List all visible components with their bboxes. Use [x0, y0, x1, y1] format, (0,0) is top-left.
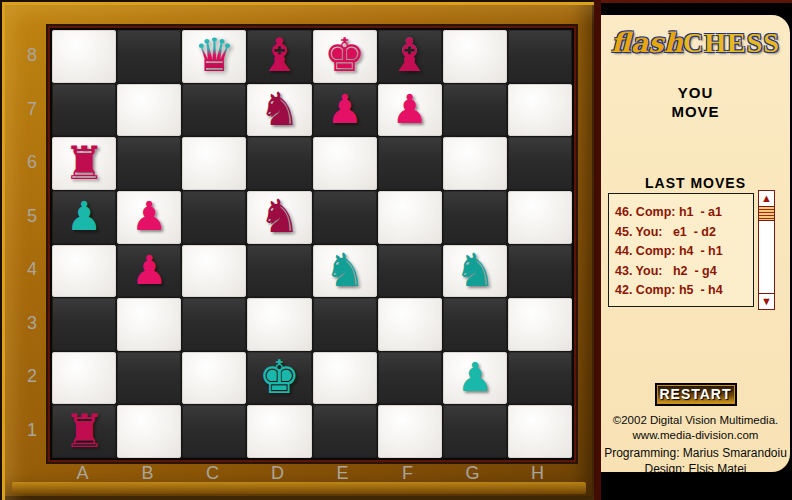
scroll-up-button[interactable]: ▲ — [759, 191, 774, 207]
square-d1[interactable] — [247, 405, 311, 458]
chess-board: ♛♝♚♝♞♟♟♜♟♟♞♟♞♞♚♟♜ — [52, 30, 572, 458]
rank-label-4: 4 — [20, 259, 44, 280]
turn-status: YOU MOVE — [601, 83, 790, 121]
square-d6[interactable] — [247, 137, 311, 190]
square-d8[interactable]: ♝ — [247, 30, 311, 83]
copyright-text: ©2002 Digital Vision Multimedia. www.med… — [601, 413, 790, 443]
square-e6[interactable] — [313, 137, 377, 190]
piece-black-bishop-d8[interactable]: ♝ — [259, 32, 300, 78]
rank-label-5: 5 — [20, 206, 44, 227]
square-f3[interactable] — [378, 298, 442, 351]
square-e3[interactable] — [313, 298, 377, 351]
turn-status-line2: MOVE — [601, 102, 790, 121]
move-entry: 42. Comp: h5 - h4 — [615, 281, 753, 301]
square-g6[interactable] — [443, 137, 507, 190]
square-f1[interactable] — [378, 405, 442, 458]
rank-label-2: 2 — [20, 366, 44, 387]
flashchess-app: 87654321 ABCDEFGH ♛♝♚♝♞♟♟♜♟♟♞♟♞♞♚♟♜ flas… — [0, 0, 792, 500]
last-moves-box: 46. Comp: h1 - a145. You: e1 - d244. Com… — [608, 193, 754, 307]
square-e8[interactable]: ♚ — [313, 30, 377, 83]
panel-divider — [594, 0, 601, 500]
square-c8[interactable]: ♛ — [182, 30, 246, 83]
moves-scrollbar[interactable]: ▲ ▼ — [758, 190, 775, 310]
file-label-f: F — [375, 463, 440, 484]
scroll-down-icon: ▼ — [761, 296, 772, 307]
last-moves-title: LAST MOVES — [601, 175, 790, 191]
square-a4[interactable] — [52, 245, 116, 298]
square-e1[interactable] — [313, 405, 377, 458]
square-g2[interactable]: ♟ — [443, 352, 507, 405]
square-g3[interactable] — [443, 298, 507, 351]
move-entry: 43. You: h2 - g4 — [615, 262, 753, 282]
file-label-b: B — [115, 463, 180, 484]
piece-black-pawn-b5[interactable]: ♟ — [131, 196, 167, 236]
square-g4[interactable]: ♞ — [443, 245, 507, 298]
square-c7[interactable] — [182, 84, 246, 137]
piece-black-pawn-e7[interactable]: ♟ — [327, 89, 363, 129]
side-panel: flashCHESS YOU MOVE LAST MOVES 46. Comp:… — [601, 15, 790, 472]
file-label-c: C — [180, 463, 245, 484]
square-f8[interactable]: ♝ — [378, 30, 442, 83]
square-a2[interactable] — [52, 352, 116, 405]
square-h4[interactable] — [508, 245, 572, 298]
square-e4[interactable]: ♞ — [313, 245, 377, 298]
square-c2[interactable] — [182, 352, 246, 405]
square-h8[interactable] — [508, 30, 572, 83]
square-g1[interactable] — [443, 405, 507, 458]
square-c1[interactable] — [182, 405, 246, 458]
copyright-line2: www.media-division.com — [601, 428, 790, 443]
square-b6[interactable] — [117, 137, 181, 190]
square-f2[interactable] — [378, 352, 442, 405]
square-b2[interactable] — [117, 352, 181, 405]
square-f6[interactable] — [378, 137, 442, 190]
square-b5[interactable]: ♟ — [117, 191, 181, 244]
square-b7[interactable] — [117, 84, 181, 137]
restart-button[interactable]: RESTART — [655, 383, 737, 406]
piece-black-rook-a1[interactable]: ♜ — [63, 408, 104, 454]
credits-design: Design: Elsis Matei — [601, 461, 790, 477]
chess-board-border: ♛♝♚♝♞♟♟♜♟♟♞♟♞♞♚♟♜ — [48, 26, 576, 462]
square-f7[interactable]: ♟ — [378, 84, 442, 137]
square-a7[interactable] — [52, 84, 116, 137]
file-label-g: G — [440, 463, 505, 484]
square-a8[interactable] — [52, 30, 116, 83]
turn-status-line1: YOU — [601, 83, 790, 102]
square-a5[interactable]: ♟ — [52, 191, 116, 244]
piece-white-king-d2[interactable]: ♚ — [259, 354, 300, 400]
square-e5[interactable] — [313, 191, 377, 244]
last-moves-list: 46. Comp: h1 - a145. You: e1 - d244. Com… — [609, 194, 753, 301]
copyright-line1: ©2002 Digital Vision Multimedia. — [601, 413, 790, 428]
square-g7[interactable] — [443, 84, 507, 137]
file-label-a: A — [50, 463, 115, 484]
square-b4[interactable]: ♟ — [117, 245, 181, 298]
square-a1[interactable]: ♜ — [52, 405, 116, 458]
rank-label-6: 6 — [20, 152, 44, 173]
square-h5[interactable] — [508, 191, 572, 244]
scroll-down-button[interactable]: ▼ — [759, 293, 774, 309]
piece-black-pawn-f7[interactable]: ♟ — [392, 89, 428, 129]
square-b1[interactable] — [117, 405, 181, 458]
move-entry: 44. Comp: h4 - h1 — [615, 242, 753, 262]
square-c4[interactable] — [182, 245, 246, 298]
credits-programming: Programming: Marius Smarandoiu — [601, 445, 790, 461]
square-b8[interactable] — [117, 30, 181, 83]
square-h7[interactable] — [508, 84, 572, 137]
file-label-e: E — [310, 463, 375, 484]
square-g5[interactable] — [443, 191, 507, 244]
square-e2[interactable] — [313, 352, 377, 405]
piece-black-rook-a6[interactable]: ♜ — [63, 140, 104, 186]
square-c5[interactable] — [182, 191, 246, 244]
square-h3[interactable] — [508, 298, 572, 351]
piece-black-king-e8[interactable]: ♚ — [324, 32, 365, 78]
piece-black-knight-d5[interactable]: ♞ — [259, 193, 300, 239]
square-e7[interactable]: ♟ — [313, 84, 377, 137]
piece-white-pawn-g2[interactable]: ♟ — [457, 357, 493, 397]
square-d4[interactable] — [247, 245, 311, 298]
piece-black-knight-d7[interactable]: ♞ — [259, 86, 300, 132]
file-label-h: H — [505, 463, 570, 484]
chess-board-frame: 87654321 ABCDEFGH ♛♝♚♝♞♟♟♜♟♟♞♟♞♞♚♟♜ — [0, 0, 596, 500]
rank-label-1: 1 — [20, 420, 44, 441]
credits-text: Programming: Marius Smarandoiu Design: E… — [601, 445, 790, 477]
top-border-line — [601, 0, 792, 3]
file-label-d: D — [245, 463, 310, 484]
square-d7[interactable]: ♞ — [247, 84, 311, 137]
logo-flash-text: flash — [611, 27, 683, 58]
square-c3[interactable] — [182, 298, 246, 351]
rank-label-3: 3 — [20, 313, 44, 334]
square-g8[interactable] — [443, 30, 507, 83]
square-d3[interactable] — [247, 298, 311, 351]
square-d2[interactable]: ♚ — [247, 352, 311, 405]
square-f4[interactable] — [378, 245, 442, 298]
square-h2[interactable] — [508, 352, 572, 405]
move-entry: 45. You: e1 - d2 — [615, 223, 753, 243]
piece-white-knight-g4[interactable]: ♞ — [454, 247, 495, 293]
rank-label-7: 7 — [20, 99, 44, 120]
piece-white-pawn-a5[interactable]: ♟ — [66, 196, 102, 236]
square-h6[interactable] — [508, 137, 572, 190]
square-a6[interactable]: ♜ — [52, 137, 116, 190]
square-c6[interactable] — [182, 137, 246, 190]
move-entry: 46. Comp: h1 - a1 — [615, 203, 753, 223]
square-f5[interactable] — [378, 191, 442, 244]
logo-chess-text: CHESS — [683, 27, 780, 58]
flashchess-logo: flashCHESS — [601, 27, 790, 59]
piece-black-bishop-f8[interactable]: ♝ — [389, 32, 430, 78]
panel-background: flashCHESS YOU MOVE LAST MOVES 46. Comp:… — [601, 0, 792, 500]
piece-black-pawn-b4[interactable]: ♟ — [131, 250, 167, 290]
square-h1[interactable] — [508, 405, 572, 458]
square-b3[interactable] — [117, 298, 181, 351]
rank-label-8: 8 — [20, 45, 44, 66]
scroll-track[interactable] — [759, 221, 774, 293]
square-d5[interactable]: ♞ — [247, 191, 311, 244]
piece-white-knight-e4[interactable]: ♞ — [324, 247, 365, 293]
scroll-up-icon: ▲ — [761, 193, 772, 204]
square-a3[interactable] — [52, 298, 116, 351]
scroll-thumb[interactable] — [759, 207, 774, 221]
piece-black-queen-c8[interactable]: ♛ — [194, 32, 235, 78]
